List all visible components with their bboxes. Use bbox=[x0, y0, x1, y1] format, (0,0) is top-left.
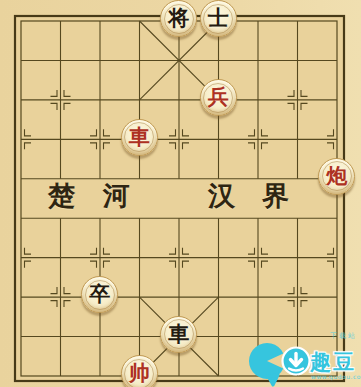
red-chariot-piece[interactable]: 車 bbox=[121, 119, 158, 156]
black-advisor-piece[interactable]: 士 bbox=[200, 0, 237, 37]
piece-glyph: 士 bbox=[208, 7, 229, 28]
piece-glyph: 帅 bbox=[129, 362, 150, 383]
logo-title: 趣豆 bbox=[310, 348, 356, 376]
red-soldier-piece[interactable]: 兵 bbox=[200, 79, 237, 116]
red-cannon-piece[interactable]: 炮 bbox=[318, 158, 355, 195]
logo-top-text: 下载站 bbox=[330, 331, 357, 341]
logo-url-text: www.qudou.com bbox=[311, 373, 359, 380]
black-chariot-piece[interactable]: 車 bbox=[160, 316, 197, 353]
logo-blob-tail bbox=[268, 375, 278, 385]
piece-glyph: 炮 bbox=[326, 165, 347, 186]
piece-glyph: 車 bbox=[168, 323, 189, 344]
black-general-piece[interactable]: 将 bbox=[160, 0, 197, 37]
red-general-piece[interactable]: 帅 bbox=[121, 355, 158, 387]
piece-glyph: 兵 bbox=[208, 86, 229, 107]
piece-glyph: 車 bbox=[129, 126, 150, 147]
piece-glyph: 将 bbox=[168, 7, 189, 28]
piece-glyph: 卒 bbox=[89, 283, 110, 304]
black-soldier-piece[interactable]: 卒 bbox=[81, 276, 118, 313]
